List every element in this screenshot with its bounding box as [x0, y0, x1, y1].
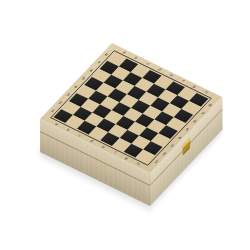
rank-label-left-5: 5	[80, 77, 85, 81]
rank-label-right-5: 5	[184, 128, 189, 132]
rank-label-left-6: 6	[88, 68, 93, 72]
rank-label-left-7: 7	[96, 60, 101, 64]
file-label-top-e: e	[168, 73, 173, 77]
file-label-bottom-h: h	[135, 162, 140, 166]
rank-label-right-1: 1	[154, 160, 159, 164]
file-label-top-d: d	[157, 67, 162, 71]
file-label-bottom-g: g	[124, 156, 129, 160]
file-label-top-c: c	[145, 62, 150, 66]
file-label-top-h: h	[203, 90, 208, 94]
rank-label-left-8: 8	[103, 52, 108, 56]
file-label-bottom-c: c	[77, 133, 82, 137]
product-photo: aabbccddeeffgghh1122334455667788	[0, 0, 250, 250]
file-label-bottom-f: f	[113, 151, 117, 154]
file-label-bottom-a: a	[54, 122, 59, 126]
rank-label-right-7: 7	[200, 111, 205, 115]
rank-label-right-4: 4	[177, 136, 182, 140]
file-label-top-g: g	[192, 85, 197, 89]
rank-label-right-8: 8	[207, 103, 212, 107]
file-label-top-b: b	[133, 56, 138, 60]
brass-latch	[183, 138, 190, 156]
file-label-top-f: f	[181, 79, 185, 82]
file-label-top-a: a	[122, 50, 127, 54]
file-label-bottom-d: d	[89, 139, 94, 143]
rank-label-left-2: 2	[57, 101, 62, 105]
rank-label-left-3: 3	[65, 93, 70, 97]
rank-label-right-2: 2	[161, 152, 166, 156]
rank-label-right-6: 6	[192, 119, 197, 123]
file-label-bottom-e: e	[100, 145, 105, 149]
rank-label-right-3: 3	[169, 144, 174, 148]
file-label-bottom-b: b	[65, 128, 70, 132]
rank-label-left-4: 4	[73, 85, 78, 89]
rank-label-left-1: 1	[50, 109, 55, 113]
